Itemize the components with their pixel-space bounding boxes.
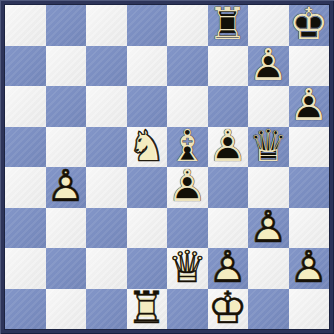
white-pawn-outline-icon: ♙ [289, 245, 330, 289]
black-pawn-e4[interactable]: ♟♙ [167, 167, 208, 208]
square-d1[interactable]: ♜♖ [127, 289, 168, 330]
square-e2[interactable]: ♛♕ [167, 248, 208, 289]
square-e3[interactable] [167, 208, 208, 249]
white-queen-icon: ♛ [167, 245, 208, 289]
square-h7[interactable] [289, 46, 330, 87]
square-a8[interactable] [5, 5, 46, 46]
square-g4[interactable] [248, 167, 289, 208]
square-f3[interactable] [208, 208, 249, 249]
square-h1[interactable] [289, 289, 330, 330]
square-a1[interactable] [5, 289, 46, 330]
square-c7[interactable] [86, 46, 127, 87]
black-pawn-icon: ♟ [248, 42, 289, 86]
white-knight-d5[interactable]: ♞♘ [127, 127, 168, 168]
white-pawn-icon: ♟ [208, 245, 249, 289]
square-f4[interactable] [208, 167, 249, 208]
square-f1[interactable]: ♚♔ [208, 289, 249, 330]
white-pawn-icon: ♟ [289, 245, 330, 289]
black-queen-g5[interactable]: ♛♕ [248, 127, 289, 168]
white-queen-e2[interactable]: ♛♕ [167, 248, 208, 289]
square-d3[interactable] [127, 208, 168, 249]
white-pawn-outline-icon: ♙ [46, 164, 87, 208]
white-king-f1[interactable]: ♚♔ [208, 289, 249, 330]
square-g8[interactable] [248, 5, 289, 46]
white-rook-icon: ♜ [127, 285, 168, 329]
black-pawn-outline-icon: ♙ [167, 164, 208, 208]
square-g3[interactable]: ♟♙ [248, 208, 289, 249]
square-d5[interactable]: ♞♘ [127, 127, 168, 168]
square-d6[interactable] [127, 86, 168, 127]
square-b1[interactable] [46, 289, 87, 330]
black-pawn-icon: ♟ [208, 123, 249, 167]
square-c5[interactable] [86, 127, 127, 168]
square-b6[interactable] [46, 86, 87, 127]
black-king-outline-icon: ♔ [289, 2, 330, 46]
white-king-icon: ♚ [208, 285, 249, 329]
black-rook-outline-icon: ♖ [208, 2, 249, 46]
square-h5[interactable] [289, 127, 330, 168]
square-g6[interactable] [248, 86, 289, 127]
square-g5[interactable]: ♛♕ [248, 127, 289, 168]
square-d8[interactable] [127, 5, 168, 46]
square-a5[interactable] [5, 127, 46, 168]
square-a6[interactable] [5, 86, 46, 127]
white-queen-outline-icon: ♕ [167, 245, 208, 289]
square-a3[interactable] [5, 208, 46, 249]
square-c2[interactable] [86, 248, 127, 289]
black-pawn-outline-icon: ♙ [248, 42, 289, 86]
black-bishop-outline-icon: ♗ [167, 123, 208, 167]
black-pawn-g7[interactable]: ♟♙ [248, 46, 289, 87]
square-h4[interactable] [289, 167, 330, 208]
square-b8[interactable] [46, 5, 87, 46]
square-a7[interactable] [5, 46, 46, 87]
square-a2[interactable] [5, 248, 46, 289]
white-rook-d1[interactable]: ♜♖ [127, 289, 168, 330]
square-f5[interactable]: ♟♙ [208, 127, 249, 168]
square-e7[interactable] [167, 46, 208, 87]
square-f2[interactable]: ♟♙ [208, 248, 249, 289]
white-pawn-h2[interactable]: ♟♙ [289, 248, 330, 289]
white-pawn-outline-icon: ♙ [208, 245, 249, 289]
square-a4[interactable] [5, 167, 46, 208]
square-g1[interactable] [248, 289, 289, 330]
black-pawn-f5[interactable]: ♟♙ [208, 127, 249, 168]
square-h6[interactable]: ♟♙ [289, 86, 330, 127]
square-d2[interactable] [127, 248, 168, 289]
black-bishop-e5[interactable]: ♝♗ [167, 127, 208, 168]
black-queen-outline-icon: ♕ [248, 123, 289, 167]
square-f6[interactable] [208, 86, 249, 127]
white-pawn-icon: ♟ [46, 164, 87, 208]
square-d7[interactable] [127, 46, 168, 87]
white-knight-icon: ♞ [127, 123, 168, 167]
square-b2[interactable] [46, 248, 87, 289]
board-frame: ♜♖♚♔♟♙♟♙♞♘♝♗♟♙♛♕♟♙♟♙♟♙♛♕♟♙♟♙♜♖♚♔ [0, 0, 334, 334]
black-rook-icon: ♜ [208, 2, 249, 46]
square-g2[interactable] [248, 248, 289, 289]
black-bishop-icon: ♝ [167, 123, 208, 167]
square-h2[interactable]: ♟♙ [289, 248, 330, 289]
square-c8[interactable] [86, 5, 127, 46]
black-pawn-outline-icon: ♙ [208, 123, 249, 167]
square-c6[interactable] [86, 86, 127, 127]
square-e1[interactable] [167, 289, 208, 330]
square-g7[interactable]: ♟♙ [248, 46, 289, 87]
black-queen-icon: ♛ [248, 123, 289, 167]
white-king-outline-icon: ♔ [208, 285, 249, 329]
square-c1[interactable] [86, 289, 127, 330]
square-e6[interactable] [167, 86, 208, 127]
white-pawn-g3[interactable]: ♟♙ [248, 208, 289, 249]
black-pawn-icon: ♟ [289, 83, 330, 127]
square-b3[interactable] [46, 208, 87, 249]
square-e8[interactable] [167, 5, 208, 46]
square-h3[interactable] [289, 208, 330, 249]
square-f8[interactable]: ♜♖ [208, 5, 249, 46]
square-b5[interactable] [46, 127, 87, 168]
white-pawn-icon: ♟ [248, 204, 289, 248]
square-b7[interactable] [46, 46, 87, 87]
black-rook-f8[interactable]: ♜♖ [208, 5, 249, 46]
white-pawn-b4[interactable]: ♟♙ [46, 167, 87, 208]
black-pawn-outline-icon: ♙ [289, 83, 330, 127]
square-e5[interactable]: ♝♗ [167, 127, 208, 168]
black-king-h8[interactable]: ♚♔ [289, 5, 330, 46]
black-pawn-h6[interactable]: ♟♙ [289, 86, 330, 127]
square-c3[interactable] [86, 208, 127, 249]
black-king-icon: ♚ [289, 2, 330, 46]
square-h8[interactable]: ♚♔ [289, 5, 330, 46]
square-b4[interactable]: ♟♙ [46, 167, 87, 208]
square-f7[interactable] [208, 46, 249, 87]
square-e4[interactable]: ♟♙ [167, 167, 208, 208]
white-rook-outline-icon: ♖ [127, 285, 168, 329]
white-pawn-outline-icon: ♙ [248, 204, 289, 248]
chess-board: ♜♖♚♔♟♙♟♙♞♘♝♗♟♙♛♕♟♙♟♙♟♙♛♕♟♙♟♙♜♖♚♔ [5, 5, 329, 329]
black-pawn-icon: ♟ [167, 164, 208, 208]
white-pawn-f2[interactable]: ♟♙ [208, 248, 249, 289]
square-d4[interactable] [127, 167, 168, 208]
white-knight-outline-icon: ♘ [127, 123, 168, 167]
square-c4[interactable] [86, 167, 127, 208]
